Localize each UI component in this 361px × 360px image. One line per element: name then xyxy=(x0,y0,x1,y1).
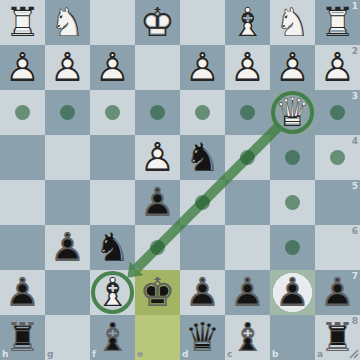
piece-black-pawn[interactable]: ♟♙ xyxy=(270,270,315,315)
square-d8[interactable]: d♛♕ xyxy=(180,315,225,360)
square-f2[interactable]: ♟♙ xyxy=(90,45,135,90)
square-g3[interactable] xyxy=(45,90,90,135)
square-f5[interactable] xyxy=(90,180,135,225)
piece-white-pawn[interactable]: ♟♙ xyxy=(135,135,180,180)
file-label-e: e xyxy=(137,349,143,359)
square-e1[interactable]: ♚♔ xyxy=(135,0,180,45)
square-b4[interactable] xyxy=(270,135,315,180)
piece-black-pawn[interactable]: ♟♙ xyxy=(225,270,270,315)
piece-white-pawn[interactable]: ♟♙ xyxy=(225,45,270,90)
square-d4[interactable]: ♞♘ xyxy=(180,135,225,180)
square-c4[interactable] xyxy=(225,135,270,180)
piece-black-pawn[interactable]: ♟♙ xyxy=(315,270,360,315)
piece-white-pawn[interactable]: ♟♙ xyxy=(90,45,135,90)
square-a7[interactable]: 7♟♙ xyxy=(315,270,360,315)
square-a3[interactable]: 3 xyxy=(315,90,360,135)
square-g4[interactable] xyxy=(45,135,90,180)
piece-black-bishop[interactable]: ♝♗ xyxy=(90,315,135,360)
square-f3[interactable] xyxy=(90,90,135,135)
square-f8[interactable]: f♝♗ xyxy=(90,315,135,360)
square-f7[interactable]: ♝♗ xyxy=(90,270,135,315)
square-h4[interactable] xyxy=(0,135,45,180)
square-c8[interactable]: c♝♗ xyxy=(225,315,270,360)
piece-white-queen[interactable]: ♛♕ xyxy=(270,90,315,135)
square-e6[interactable] xyxy=(135,225,180,270)
piece-white-pawn[interactable]: ♟♙ xyxy=(270,45,315,90)
piece-white-rook[interactable]: ♜♖ xyxy=(315,0,360,45)
square-a1[interactable]: 1♜♖ xyxy=(315,0,360,45)
square-a2[interactable]: 2♟♙ xyxy=(315,45,360,90)
square-b5[interactable] xyxy=(270,180,315,225)
square-g1[interactable]: ♞♘ xyxy=(45,0,90,45)
piece-black-king[interactable]: ♚♔ xyxy=(135,270,180,315)
piece-white-bishop[interactable]: ♝♗ xyxy=(225,0,270,45)
square-d3[interactable] xyxy=(180,90,225,135)
square-e8[interactable]: e xyxy=(135,315,180,360)
square-c2[interactable]: ♟♙ xyxy=(225,45,270,90)
resize-handle-stroke xyxy=(350,350,358,358)
square-d6[interactable] xyxy=(180,225,225,270)
square-c6[interactable] xyxy=(225,225,270,270)
square-a6[interactable]: 6 xyxy=(315,225,360,270)
square-b3[interactable]: ♛♕ xyxy=(270,90,315,135)
piece-white-pawn[interactable]: ♟♙ xyxy=(180,45,225,90)
square-h7[interactable]: ♟♙ xyxy=(0,270,45,315)
piece-white-pawn[interactable]: ♟♙ xyxy=(45,45,90,90)
piece-black-pawn[interactable]: ♟♙ xyxy=(135,180,180,225)
piece-black-knight[interactable]: ♞♘ xyxy=(180,135,225,180)
square-b2[interactable]: ♟♙ xyxy=(270,45,315,90)
square-h3[interactable] xyxy=(0,90,45,135)
piece-white-king[interactable]: ♚♔ xyxy=(135,0,180,45)
piece-white-bishop[interactable]: ♝♗ xyxy=(90,270,135,315)
piece-white-knight[interactable]: ♞♘ xyxy=(45,0,90,45)
piece-white-knight[interactable]: ♞♘ xyxy=(270,0,315,45)
rank-label-6: 6 xyxy=(352,226,358,236)
square-f6[interactable]: ♞♘ xyxy=(90,225,135,270)
rank-label-5: 5 xyxy=(352,181,358,191)
square-g2[interactable]: ♟♙ xyxy=(45,45,90,90)
square-h5[interactable] xyxy=(0,180,45,225)
square-h2[interactable]: ♟♙ xyxy=(0,45,45,90)
file-label-b: b xyxy=(272,349,278,359)
square-b7[interactable]: ♟♙ xyxy=(270,270,315,315)
file-label-g: g xyxy=(47,349,53,359)
piece-black-queen[interactable]: ♛♕ xyxy=(180,315,225,360)
square-g6[interactable]: ♟♙ xyxy=(45,225,90,270)
square-h6[interactable] xyxy=(0,225,45,270)
rank-label-4: 4 xyxy=(352,136,358,146)
square-b6[interactable] xyxy=(270,225,315,270)
square-h1[interactable]: ♜♖ xyxy=(0,0,45,45)
square-g5[interactable] xyxy=(45,180,90,225)
piece-black-pawn[interactable]: ♟♙ xyxy=(45,225,90,270)
square-e2[interactable] xyxy=(135,45,180,90)
square-a5[interactable]: 5 xyxy=(315,180,360,225)
piece-white-rook[interactable]: ♜♖ xyxy=(0,0,45,45)
chess-board: ♜♖♞♘♚♔♝♗♞♘1♜♖♟♙♟♙♟♙♟♙♟♙♟♙2♟♙♛♕3♟♙♞♘4♟♙5♟… xyxy=(0,0,360,360)
square-d7[interactable]: ♟♙ xyxy=(180,270,225,315)
square-b8[interactable]: b xyxy=(270,315,315,360)
piece-black-pawn[interactable]: ♟♙ xyxy=(0,270,45,315)
piece-black-knight[interactable]: ♞♘ xyxy=(90,225,135,270)
square-c7[interactable]: ♟♙ xyxy=(225,270,270,315)
resize-handle-stroke xyxy=(354,354,358,358)
square-g8[interactable]: g xyxy=(45,315,90,360)
resize-handle-icon[interactable] xyxy=(349,349,359,359)
square-h8[interactable]: h♜♖ xyxy=(0,315,45,360)
piece-white-pawn[interactable]: ♟♙ xyxy=(315,45,360,90)
square-d1[interactable] xyxy=(180,0,225,45)
square-e3[interactable] xyxy=(135,90,180,135)
square-c5[interactable] xyxy=(225,180,270,225)
square-f4[interactable] xyxy=(90,135,135,180)
square-c1[interactable]: ♝♗ xyxy=(225,0,270,45)
piece-black-bishop[interactable]: ♝♗ xyxy=(225,315,270,360)
square-b1[interactable]: ♞♘ xyxy=(270,0,315,45)
square-e5[interactable]: ♟♙ xyxy=(135,180,180,225)
square-d5[interactable] xyxy=(180,180,225,225)
square-e4[interactable]: ♟♙ xyxy=(135,135,180,180)
piece-black-pawn[interactable]: ♟♙ xyxy=(180,270,225,315)
square-e7[interactable]: ♚♔ xyxy=(135,270,180,315)
rank-label-3: 3 xyxy=(352,91,358,101)
piece-white-pawn[interactable]: ♟♙ xyxy=(0,45,45,90)
square-d2[interactable]: ♟♙ xyxy=(180,45,225,90)
square-f1[interactable] xyxy=(90,0,135,45)
square-g7[interactable] xyxy=(45,270,90,315)
square-c3[interactable] xyxy=(225,90,270,135)
square-a4[interactable]: 4 xyxy=(315,135,360,180)
piece-black-rook[interactable]: ♜♖ xyxy=(0,315,45,360)
